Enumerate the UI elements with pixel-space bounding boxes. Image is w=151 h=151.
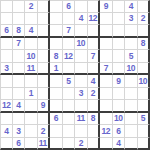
sudoku-cell-r12c1-empty[interactable] — [0, 138, 13, 151]
sudoku-cell-r5c6-given[interactable]: 12 — [63, 50, 76, 63]
sudoku-cell-r3c7-empty[interactable] — [75, 25, 88, 38]
sudoku-cell-r6c3-given[interactable]: 11 — [25, 63, 38, 76]
sudoku-cell-r4c12-given[interactable]: 8 — [138, 38, 151, 51]
sudoku-cell-r12c4-given[interactable]: 11 — [38, 138, 51, 151]
sudoku-cell-r7c8-given[interactable]: 4 — [88, 75, 101, 88]
sudoku-cell-r1c5-empty[interactable] — [50, 0, 63, 13]
sudoku-cell-r7c12-given[interactable]: 10 — [138, 75, 151, 88]
sudoku-cell-r3c5-empty[interactable] — [50, 25, 63, 38]
sudoku-cell-r11c12-empty[interactable] — [138, 125, 151, 138]
sudoku-cell-r2c9-empty[interactable] — [100, 13, 113, 26]
sudoku-cell-r3c6-given[interactable]: 7 — [63, 25, 76, 38]
sudoku-cell-r1c8-empty[interactable] — [88, 0, 101, 13]
sudoku-cell-r2c4-empty[interactable] — [38, 13, 51, 26]
sudoku-cell-r9c1-given[interactable]: 12 — [0, 100, 13, 113]
sudoku-cell-r1c3-given[interactable]: 2 — [25, 0, 38, 13]
sudoku-cell-r5c11-given[interactable]: 5 — [125, 50, 138, 63]
sudoku-cell-r2c3-empty[interactable] — [25, 13, 38, 26]
sudoku-cell-r8c9-empty[interactable] — [100, 88, 113, 101]
sudoku-cell-r12c8-empty[interactable] — [88, 138, 101, 151]
sudoku-cell-r5c12-empty[interactable] — [138, 50, 151, 63]
sudoku-cell-r12c6-empty[interactable] — [63, 138, 76, 151]
sudoku-cell-r5c4-empty[interactable] — [38, 50, 51, 63]
sudoku-cell-r10c6-empty[interactable] — [63, 113, 76, 126]
sudoku-cell-r11c8-empty[interactable] — [88, 125, 101, 138]
sudoku-cell-r12c5-empty[interactable] — [50, 138, 63, 151]
sudoku-cell-r12c9-empty[interactable] — [100, 138, 113, 151]
sudoku-cell-r10c1-empty[interactable] — [0, 113, 13, 126]
sudoku-cell-r5c9-empty[interactable] — [100, 50, 113, 63]
sudoku-cell-r8c8-given[interactable]: 2 — [88, 88, 101, 101]
sudoku-cell-r11c2-given[interactable]: 3 — [13, 125, 26, 138]
sudoku-cell-r7c7-empty[interactable] — [75, 75, 88, 88]
sudoku-cell-r4c5-empty[interactable] — [50, 38, 63, 51]
sudoku-cell-r7c6-given[interactable]: 5 — [63, 75, 76, 88]
sudoku-cell-r9c8-empty[interactable] — [88, 100, 101, 113]
sudoku-cell-r9c5-empty[interactable] — [50, 100, 63, 113]
sudoku-cell-r11c4-given[interactable]: 2 — [38, 125, 51, 138]
sudoku-cell-r6c5-given[interactable]: 1 — [50, 63, 63, 76]
sudoku-cell-r10c7-given[interactable]: 11 — [75, 113, 88, 126]
sudoku-cell-r10c8-given[interactable]: 8 — [88, 113, 101, 126]
sudoku-cell-r1c7-empty[interactable] — [75, 0, 88, 13]
sudoku-cell-r3c1-given[interactable]: 6 — [0, 25, 13, 38]
sudoku-cell-r9c3-empty[interactable] — [25, 100, 38, 113]
sudoku-cell-r4c7-given[interactable]: 10 — [75, 38, 88, 51]
sudoku-cell-r12c12-empty[interactable] — [138, 138, 151, 151]
sudoku-cell-r6c4-empty[interactable] — [38, 63, 51, 76]
sudoku-cell-r1c6-given[interactable]: 6 — [63, 0, 76, 13]
sudoku-cell-r6c8-empty[interactable] — [88, 63, 101, 76]
sudoku-cell-r1c2-empty[interactable] — [13, 0, 26, 13]
sudoku-cell-r10c5-given[interactable]: 6 — [50, 113, 63, 126]
sudoku-cell-r12c11-empty[interactable] — [125, 138, 138, 151]
sudoku-cell-r3c10-empty[interactable] — [113, 25, 126, 38]
sudoku-cell-r3c9-empty[interactable] — [100, 25, 113, 38]
sudoku-cell-r4c8-empty[interactable] — [88, 38, 101, 51]
sudoku-cell-r9c4-given[interactable]: 9 — [38, 100, 51, 113]
sudoku-cell-r10c2-empty[interactable] — [13, 113, 26, 126]
sudoku-cell-r11c3-empty[interactable] — [25, 125, 38, 138]
sudoku-cell-r7c10-given[interactable]: 9 — [113, 75, 126, 88]
sudoku-cell-r5c1-empty[interactable] — [0, 50, 13, 63]
sudoku-cell-r1c11-given[interactable]: 4 — [125, 0, 138, 13]
sudoku-cell-r9c2-given[interactable]: 4 — [13, 100, 26, 113]
sudoku-cell-r10c9-empty[interactable] — [100, 113, 113, 126]
sudoku-cell-r2c7-given[interactable]: 4 — [75, 13, 88, 26]
sudoku-cell-r8c2-empty[interactable] — [13, 88, 26, 101]
sudoku-cell-r9c12-empty[interactable] — [138, 100, 151, 113]
sudoku-cell-r11c5-empty[interactable] — [50, 125, 63, 138]
sudoku-cell-r11c6-empty[interactable] — [63, 125, 76, 138]
sudoku-cell-r8c7-given[interactable]: 3 — [75, 88, 88, 101]
sudoku-cell-r4c2-given[interactable]: 7 — [13, 38, 26, 51]
sudoku-cell-r2c6-empty[interactable] — [63, 13, 76, 26]
sudoku-cell-r3c3-given[interactable]: 4 — [25, 25, 38, 38]
sudoku-cell-r8c6-empty[interactable] — [63, 88, 76, 101]
sudoku-cell-r7c4-empty[interactable] — [38, 75, 51, 88]
sudoku-cell-r6c7-empty[interactable] — [75, 63, 88, 76]
sudoku-cell-r6c10-empty[interactable] — [113, 63, 126, 76]
sudoku-cell-r10c4-empty[interactable] — [38, 113, 51, 126]
sudoku-cell-r3c8-empty[interactable] — [88, 25, 101, 38]
sudoku-cell-r5c7-empty[interactable] — [75, 50, 88, 63]
sudoku-cell-r8c4-empty[interactable] — [38, 88, 51, 101]
sudoku-cell-r8c12-empty[interactable] — [138, 88, 151, 101]
sudoku-cell-r11c9-given[interactable]: 12 — [100, 125, 113, 138]
sudoku-cell-r6c2-empty[interactable] — [13, 63, 26, 76]
sudoku-cell-r7c2-empty[interactable] — [13, 75, 26, 88]
sudoku-cell-r7c1-empty[interactable] — [0, 75, 13, 88]
sudoku-cell-r9c10-empty[interactable] — [113, 100, 126, 113]
sudoku-cell-r3c2-given[interactable]: 8 — [13, 25, 26, 38]
sudoku-cell-r12c7-given[interactable]: 2 — [75, 138, 88, 151]
sudoku-cell-r9c9-empty[interactable] — [100, 100, 113, 113]
sudoku-cell-r2c12-given[interactable]: 2 — [138, 13, 151, 26]
sudoku-cell-r9c7-empty[interactable] — [75, 100, 88, 113]
sudoku-cell-r10c10-given[interactable]: 10 — [113, 113, 126, 126]
sudoku-cell-r2c10-empty[interactable] — [113, 13, 126, 26]
sudoku-cell-r8c3-given[interactable]: 1 — [25, 88, 38, 101]
sudoku-cell-r11c7-empty[interactable] — [75, 125, 88, 138]
sudoku-board: 2694412326847710810812753111710549101321… — [0, 0, 150, 150]
sudoku-cell-r10c3-empty[interactable] — [25, 113, 38, 126]
sudoku-cell-r2c8-given[interactable]: 12 — [88, 13, 101, 26]
sudoku-cell-r5c5-given[interactable]: 8 — [50, 50, 63, 63]
sudoku-cell-r4c6-empty[interactable] — [63, 38, 76, 51]
sudoku-cell-r12c3-empty[interactable] — [25, 138, 38, 151]
sudoku-cell-r10c11-empty[interactable] — [125, 113, 138, 126]
sudoku-cell-r5c10-empty[interactable] — [113, 50, 126, 63]
sudoku-cell-r2c2-empty[interactable] — [13, 13, 26, 26]
sudoku-cell-r4c11-empty[interactable] — [125, 38, 138, 51]
sudoku-cell-r5c8-given[interactable]: 7 — [88, 50, 101, 63]
sudoku-cell-r1c12-empty[interactable] — [138, 0, 151, 13]
sudoku-cell-r12c2-given[interactable]: 6 — [13, 138, 26, 151]
sudoku-cell-r4c4-empty[interactable] — [38, 38, 51, 51]
sudoku-cell-r1c4-empty[interactable] — [38, 0, 51, 13]
sudoku-cell-r2c1-empty[interactable] — [0, 13, 13, 26]
sudoku-cell-r11c1-given[interactable]: 4 — [0, 125, 13, 138]
sudoku-cell-r7c5-empty[interactable] — [50, 75, 63, 88]
sudoku-cell-r4c10-empty[interactable] — [113, 38, 126, 51]
sudoku-cell-r9c6-empty[interactable] — [63, 100, 76, 113]
sudoku-cell-r11c11-empty[interactable] — [125, 125, 138, 138]
sudoku-cell-r9c11-empty[interactable] — [125, 100, 138, 113]
sudoku-cell-r1c1-empty[interactable] — [0, 0, 13, 13]
sudoku-cell-r3c4-empty[interactable] — [38, 25, 51, 38]
sudoku-cell-r7c9-empty[interactable] — [100, 75, 113, 88]
sudoku-cell-r3c12-empty[interactable] — [138, 25, 151, 38]
sudoku-cell-r8c5-empty[interactable] — [50, 88, 63, 101]
sudoku-cell-r11c10-given[interactable]: 6 — [113, 125, 126, 138]
sudoku-cell-r1c10-empty[interactable] — [113, 0, 126, 13]
sudoku-cell-r5c2-empty[interactable] — [13, 50, 26, 63]
sudoku-cell-r6c1-given[interactable]: 3 — [0, 63, 13, 76]
sudoku-cell-r4c9-empty[interactable] — [100, 38, 113, 51]
sudoku-cell-r6c9-given[interactable]: 7 — [100, 63, 113, 76]
sudoku-cell-r7c11-empty[interactable] — [125, 75, 138, 88]
sudoku-cell-r1c9-given[interactable]: 9 — [100, 0, 113, 13]
sudoku-cell-r4c1-empty[interactable] — [0, 38, 13, 51]
sudoku-cell-r6c6-empty[interactable] — [63, 63, 76, 76]
sudoku-cell-r2c11-given[interactable]: 3 — [125, 13, 138, 26]
sudoku-cell-r10c12-given[interactable]: 5 — [138, 113, 151, 126]
sudoku-cell-r6c12-empty[interactable] — [138, 63, 151, 76]
sudoku-cell-r8c1-empty[interactable] — [0, 88, 13, 101]
sudoku-cell-r6c11-given[interactable]: 10 — [125, 63, 138, 76]
sudoku-cell-r5c3-given[interactable]: 10 — [25, 50, 38, 63]
sudoku-cell-r7c3-empty[interactable] — [25, 75, 38, 88]
sudoku-cell-r8c10-empty[interactable] — [113, 88, 126, 101]
sudoku-cell-r3c11-empty[interactable] — [125, 25, 138, 38]
sudoku-cell-r8c11-empty[interactable] — [125, 88, 138, 101]
sudoku-cell-r12c10-given[interactable]: 4 — [113, 138, 126, 151]
sudoku-cell-r4c3-empty[interactable] — [25, 38, 38, 51]
sudoku-cell-r2c5-empty[interactable] — [50, 13, 63, 26]
